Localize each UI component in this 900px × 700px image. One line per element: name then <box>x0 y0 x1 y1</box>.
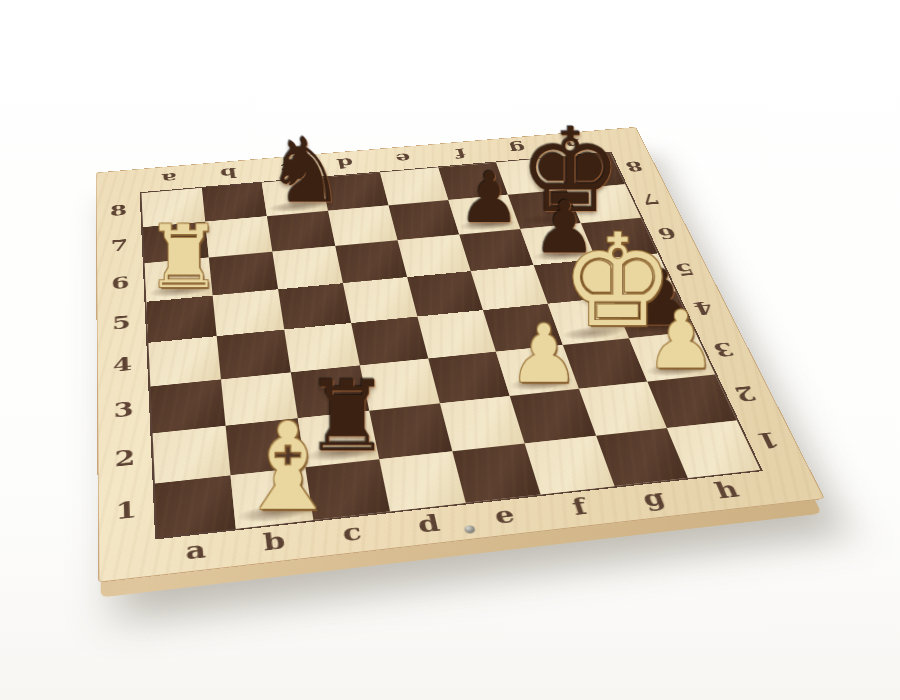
square-f3[interactable]: ♟ <box>496 345 579 396</box>
square-c5[interactable] <box>278 283 351 329</box>
square-f5[interactable] <box>471 265 548 310</box>
piece-white-pawn-f3[interactable]: ♟ <box>508 316 579 392</box>
square-e5[interactable] <box>407 271 483 316</box>
square-g8[interactable] <box>496 158 567 195</box>
square-e8[interactable] <box>380 167 448 205</box>
square-f6[interactable] <box>459 229 533 271</box>
rank-right-label-8: 8 <box>606 149 662 184</box>
piece-black-pawn-f7[interactable]: ♟ <box>458 164 520 231</box>
rank-left-label-6: 6 <box>97 262 144 305</box>
piece-shadow <box>149 282 209 299</box>
photo-backdrop: abcdefgh abcdefgh 87654321 87654321 ♞♟♚♜… <box>0 0 900 700</box>
square-d1[interactable] <box>379 451 465 511</box>
square-a8[interactable] <box>141 188 205 227</box>
file-top-label-b: b <box>198 159 260 187</box>
square-d7[interactable] <box>328 205 398 246</box>
rank-left-label-7: 7 <box>97 226 143 266</box>
square-a5[interactable] <box>146 296 216 343</box>
rank-left-label-2: 2 <box>98 431 152 487</box>
rank-left-label-8: 8 <box>97 192 142 230</box>
square-b4[interactable] <box>217 330 291 380</box>
piece-shadow <box>458 217 516 232</box>
square-d5[interactable] <box>343 277 417 323</box>
square-b8[interactable] <box>202 183 267 222</box>
square-e4[interactable] <box>417 310 496 358</box>
square-a3[interactable] <box>150 379 225 433</box>
square-a6[interactable]: ♜ <box>145 257 213 301</box>
file-labels-top: abcdefgh <box>139 131 607 193</box>
file-top-label-h: h <box>541 131 606 157</box>
rank-labels-left: 87654321 <box>97 192 155 541</box>
rank-left-label-4: 4 <box>98 341 149 390</box>
file-top-label-d: d <box>314 150 377 177</box>
square-e7[interactable] <box>389 200 460 240</box>
rank-left-label-5: 5 <box>97 300 146 345</box>
piece-white-rook-a6[interactable]: ♜ <box>146 217 212 299</box>
square-e6[interactable] <box>398 235 471 278</box>
square-f7[interactable]: ♟ <box>448 195 520 235</box>
file-top-label-f: f <box>428 140 492 167</box>
piece-white-bishop-b1[interactable]: ♝ <box>235 411 313 525</box>
square-a1[interactable] <box>155 475 236 537</box>
square-f8[interactable] <box>438 162 508 200</box>
square-b5[interactable] <box>213 289 285 336</box>
square-c8[interactable]: ♞ <box>262 178 328 217</box>
file-top-label-e: e <box>371 145 435 172</box>
square-d8[interactable] <box>321 172 388 210</box>
file-top-label-g: g <box>485 135 550 161</box>
chess-board-scene: abcdefgh abcdefgh 87654321 87654321 ♞♟♚♜… <box>94 0 734 635</box>
square-b1[interactable]: ♝ <box>231 467 314 528</box>
file-top-label-c: c <box>256 155 319 182</box>
square-g2[interactable] <box>579 382 667 436</box>
square-a2[interactable] <box>153 426 231 484</box>
square-a4[interactable] <box>148 336 221 386</box>
square-d4[interactable] <box>351 317 428 366</box>
square-c6[interactable] <box>272 246 343 289</box>
rank-left-label-3: 3 <box>98 385 150 437</box>
square-a7[interactable] <box>143 222 209 264</box>
piece-shadow <box>268 199 324 214</box>
rank-left-label-1: 1 <box>99 481 155 541</box>
piece-white-pawn-h3[interactable]: ♟ <box>646 303 716 378</box>
file-top-label-a: a <box>139 164 200 192</box>
square-b7[interactable] <box>205 216 272 257</box>
square-d6[interactable] <box>335 240 407 283</box>
square-c7[interactable] <box>267 211 335 252</box>
square-b6[interactable] <box>209 252 278 296</box>
